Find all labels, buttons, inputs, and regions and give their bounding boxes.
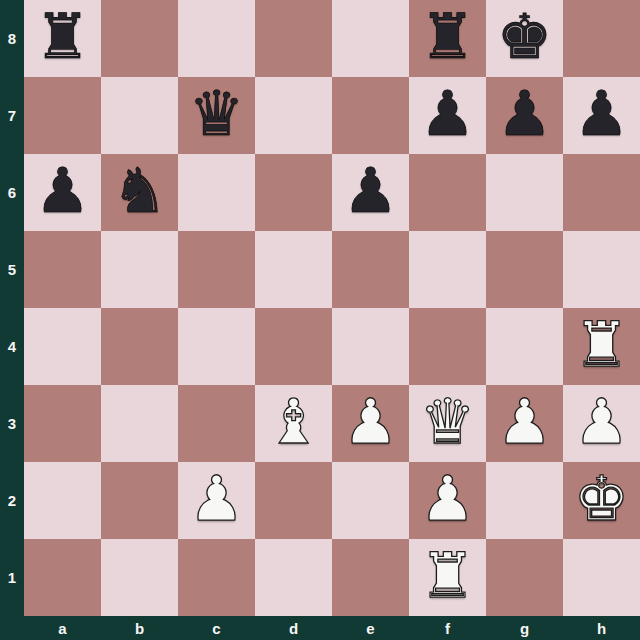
square-f2[interactable]: ♟ xyxy=(409,462,486,539)
square-g6[interactable] xyxy=(486,154,563,231)
rank-label-2: 2 xyxy=(0,462,24,539)
square-b1[interactable] xyxy=(101,539,178,616)
square-b3[interactable] xyxy=(101,385,178,462)
square-c2[interactable]: ♟ xyxy=(178,462,255,539)
square-d3[interactable]: ♝ xyxy=(255,385,332,462)
square-f7[interactable]: ♟ xyxy=(409,77,486,154)
rank-label-1: 1 xyxy=(0,539,24,616)
square-h6[interactable] xyxy=(563,154,640,231)
square-a1[interactable] xyxy=(24,539,101,616)
square-e3[interactable]: ♟ xyxy=(332,385,409,462)
square-e4[interactable] xyxy=(332,308,409,385)
piece-black-knight[interactable]: ♞ xyxy=(112,152,168,229)
square-c1[interactable] xyxy=(178,539,255,616)
square-h2[interactable]: ♚ xyxy=(563,462,640,539)
file-label-b: b xyxy=(101,616,178,640)
piece-black-pawn[interactable]: ♟ xyxy=(497,75,553,152)
file-label-a: a xyxy=(24,616,101,640)
square-c6[interactable] xyxy=(178,154,255,231)
piece-white-rook[interactable]: ♜ xyxy=(420,537,476,614)
square-d2[interactable] xyxy=(255,462,332,539)
rank-label-8: 8 xyxy=(0,0,24,77)
file-label-e: e xyxy=(332,616,409,640)
square-h3[interactable]: ♟ xyxy=(563,385,640,462)
square-a7[interactable] xyxy=(24,77,101,154)
piece-white-pawn[interactable]: ♟ xyxy=(343,383,399,460)
square-h5[interactable] xyxy=(563,231,640,308)
piece-white-bishop[interactable]: ♝ xyxy=(266,383,322,460)
square-d8[interactable] xyxy=(255,0,332,77)
square-a4[interactable] xyxy=(24,308,101,385)
piece-white-pawn[interactable]: ♟ xyxy=(497,383,553,460)
square-b7[interactable] xyxy=(101,77,178,154)
square-g3[interactable]: ♟ xyxy=(486,385,563,462)
square-c7[interactable]: ♛ xyxy=(178,77,255,154)
file-label-c: c xyxy=(178,616,255,640)
square-b5[interactable] xyxy=(101,231,178,308)
rank-label-6: 6 xyxy=(0,154,24,231)
square-g2[interactable] xyxy=(486,462,563,539)
square-h4[interactable]: ♜ xyxy=(563,308,640,385)
square-e2[interactable] xyxy=(332,462,409,539)
square-e6[interactable]: ♟ xyxy=(332,154,409,231)
piece-black-queen[interactable]: ♛ xyxy=(189,75,245,152)
rank-label-3: 3 xyxy=(0,385,24,462)
piece-white-pawn[interactable]: ♟ xyxy=(574,383,630,460)
piece-black-pawn[interactable]: ♟ xyxy=(35,152,91,229)
rank-label-4: 4 xyxy=(0,308,24,385)
square-f5[interactable] xyxy=(409,231,486,308)
chess-board-frame: 87654321 ♜♜♚♛♟♟♟♟♞♟♜♝♟♛♟♟♟♟♚♜ abcdefgh xyxy=(0,0,640,640)
square-e8[interactable] xyxy=(332,0,409,77)
rank-label-7: 7 xyxy=(0,77,24,154)
piece-black-rook[interactable]: ♜ xyxy=(35,0,91,75)
square-d7[interactable] xyxy=(255,77,332,154)
square-c8[interactable] xyxy=(178,0,255,77)
square-h8[interactable] xyxy=(563,0,640,77)
square-a5[interactable] xyxy=(24,231,101,308)
square-c5[interactable] xyxy=(178,231,255,308)
file-label-f: f xyxy=(409,616,486,640)
square-c3[interactable] xyxy=(178,385,255,462)
square-e7[interactable] xyxy=(332,77,409,154)
square-e5[interactable] xyxy=(332,231,409,308)
square-f6[interactable] xyxy=(409,154,486,231)
square-b8[interactable] xyxy=(101,0,178,77)
piece-white-pawn[interactable]: ♟ xyxy=(189,460,245,537)
chess-board: ♜♜♚♛♟♟♟♟♞♟♜♝♟♛♟♟♟♟♚♜ xyxy=(24,0,640,616)
square-f3[interactable]: ♛ xyxy=(409,385,486,462)
square-d6[interactable] xyxy=(255,154,332,231)
file-label-h: h xyxy=(563,616,640,640)
piece-black-pawn[interactable]: ♟ xyxy=(420,75,476,152)
piece-white-rook[interactable]: ♜ xyxy=(574,306,630,383)
square-d5[interactable] xyxy=(255,231,332,308)
square-g1[interactable] xyxy=(486,539,563,616)
square-g7[interactable]: ♟ xyxy=(486,77,563,154)
file-labels: abcdefgh xyxy=(24,616,640,640)
square-h7[interactable]: ♟ xyxy=(563,77,640,154)
file-label-g: g xyxy=(486,616,563,640)
square-c4[interactable] xyxy=(178,308,255,385)
square-h1[interactable] xyxy=(563,539,640,616)
piece-black-rook[interactable]: ♜ xyxy=(420,0,476,75)
piece-white-pawn[interactable]: ♟ xyxy=(420,460,476,537)
piece-black-pawn[interactable]: ♟ xyxy=(343,152,399,229)
rank-labels: 87654321 xyxy=(0,0,24,616)
square-a3[interactable] xyxy=(24,385,101,462)
square-b4[interactable] xyxy=(101,308,178,385)
square-f8[interactable]: ♜ xyxy=(409,0,486,77)
piece-white-king[interactable]: ♚ xyxy=(574,460,630,537)
square-b2[interactable] xyxy=(101,462,178,539)
square-g8[interactable]: ♚ xyxy=(486,0,563,77)
square-f1[interactable]: ♜ xyxy=(409,539,486,616)
square-b6[interactable]: ♞ xyxy=(101,154,178,231)
rank-label-5: 5 xyxy=(0,231,24,308)
square-a6[interactable]: ♟ xyxy=(24,154,101,231)
square-e1[interactable] xyxy=(332,539,409,616)
piece-black-king[interactable]: ♚ xyxy=(497,0,553,75)
square-d4[interactable] xyxy=(255,308,332,385)
file-label-d: d xyxy=(255,616,332,640)
piece-white-queen[interactable]: ♛ xyxy=(420,383,476,460)
square-a8[interactable]: ♜ xyxy=(24,0,101,77)
square-d1[interactable] xyxy=(255,539,332,616)
square-g5[interactable] xyxy=(486,231,563,308)
square-g4[interactable] xyxy=(486,308,563,385)
square-a2[interactable] xyxy=(24,462,101,539)
square-f4[interactable] xyxy=(409,308,486,385)
piece-black-pawn[interactable]: ♟ xyxy=(574,75,630,152)
